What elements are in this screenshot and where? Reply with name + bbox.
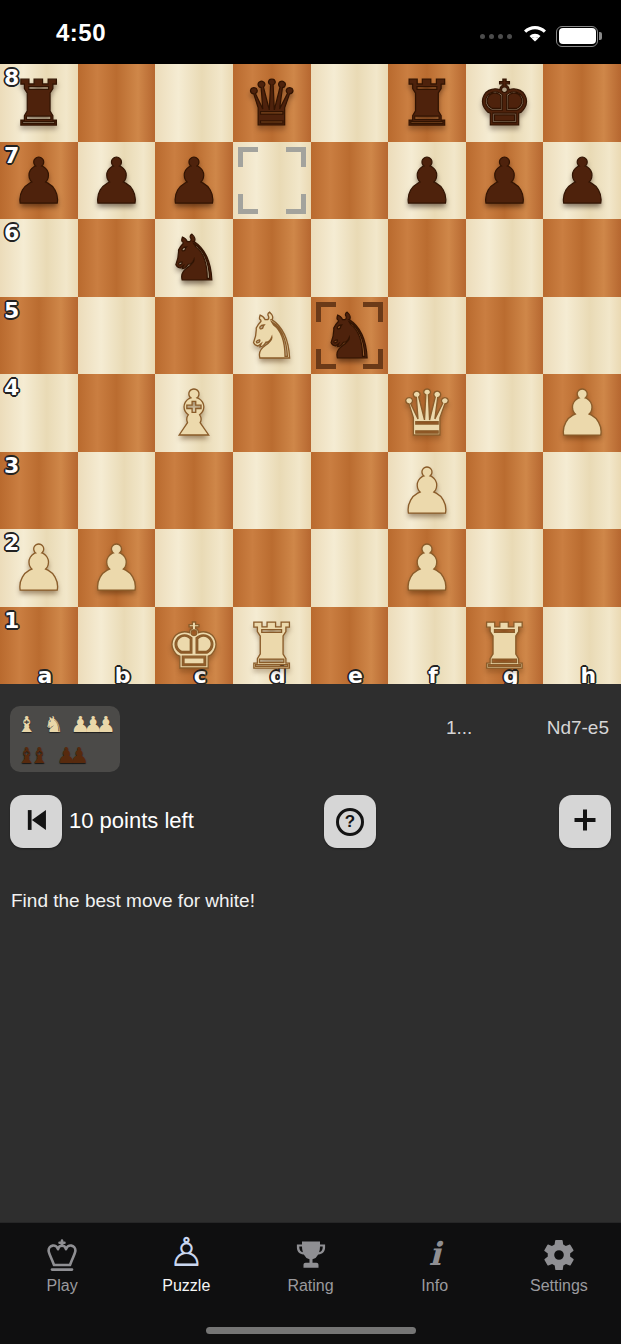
square-d5[interactable]: ♞ (233, 297, 311, 375)
black-pawn-h7[interactable]: ♟ (543, 142, 621, 220)
black-pawn-f7[interactable]: ♟ (388, 142, 466, 220)
square-b6[interactable] (78, 219, 156, 297)
square-a2[interactable]: 2♟ (0, 529, 78, 607)
crown-icon (42, 1231, 82, 1273)
captured-white-bishop: ♝ (17, 711, 37, 739)
square-b5[interactable] (78, 297, 156, 375)
square-b1[interactable]: b (78, 607, 156, 685)
square-c5[interactable] (155, 297, 233, 375)
square-e5[interactable]: ♞ (311, 297, 389, 375)
square-e3[interactable] (311, 452, 389, 530)
square-g2[interactable] (466, 529, 544, 607)
white-bishop-c4[interactable]: ♝ (155, 374, 233, 452)
square-h4[interactable]: ♟ (543, 374, 621, 452)
black-rook-f8[interactable]: ♜ (388, 64, 466, 142)
instruction-text: Find the best move for white! (11, 890, 255, 912)
last-move-text: Nd7-e5 (547, 717, 609, 739)
tab-settings[interactable]: Settings (497, 1231, 621, 1303)
square-e1[interactable]: e (311, 607, 389, 685)
square-c3[interactable] (155, 452, 233, 530)
square-c7[interactable]: ♟ (155, 142, 233, 220)
white-king-c1[interactable]: ♚ (155, 607, 233, 685)
square-e2[interactable] (311, 529, 389, 607)
square-g8[interactable]: ♚ (466, 64, 544, 142)
hint-button[interactable]: ? (324, 795, 376, 848)
square-h5[interactable] (543, 297, 621, 375)
square-f3[interactable]: ♟ (388, 452, 466, 530)
clock: 4:50 (56, 19, 106, 47)
white-rook-d1[interactable]: ♜ (233, 607, 311, 685)
help-icon: ? (336, 808, 364, 836)
tab-bar: Play ♙ Puzzle Rating i Info (0, 1222, 621, 1344)
square-h7[interactable]: ♟ (543, 142, 621, 220)
square-h2[interactable] (543, 529, 621, 607)
square-h3[interactable] (543, 452, 621, 530)
square-c8[interactable] (155, 64, 233, 142)
points-left-label: 10 points left (69, 808, 194, 834)
captured-white-pawns: ♟♟♟ (70, 711, 115, 739)
square-c6[interactable]: ♞ (155, 219, 233, 297)
black-king-g8[interactable]: ♚ (466, 64, 544, 142)
status-icons (480, 24, 598, 48)
black-rook-a8[interactable]: ♜ (0, 64, 78, 142)
square-b8[interactable] (78, 64, 156, 142)
square-g1[interactable]: g♜ (466, 607, 544, 685)
tab-rating[interactable]: Rating (248, 1231, 372, 1303)
square-a5[interactable]: 5 (0, 297, 78, 375)
black-pawn-g7[interactable]: ♟ (466, 142, 544, 220)
move-number: 1... (446, 717, 472, 739)
rank-label-1: 1 (4, 608, 19, 633)
square-h1[interactable]: h (543, 607, 621, 685)
square-d8[interactable]: ♛ (233, 64, 311, 142)
white-pawn-h4[interactable]: ♟ (543, 374, 621, 452)
info-icon: i (429, 1231, 441, 1273)
square-g7[interactable]: ♟ (466, 142, 544, 220)
chess-board: 8♜♛♜♚7♟♟♟♟♟♟6♞5♞♞4♝♛♟3♟2♟♟♟1abc♚d♜efg♜h (0, 64, 621, 684)
square-d1[interactable]: d♜ (233, 607, 311, 685)
wifi-icon (522, 24, 548, 48)
square-c1[interactable]: c♚ (155, 607, 233, 685)
tab-info-label: Info (421, 1277, 448, 1295)
tab-play-label: Play (47, 1277, 78, 1295)
chess-pawn-icon: ♙ (168, 1231, 204, 1273)
tab-puzzle[interactable]: ♙ Puzzle (124, 1231, 248, 1303)
black-knight-e5[interactable]: ♞ (311, 297, 389, 375)
white-pawn-f3[interactable]: ♟ (388, 452, 466, 530)
tab-puzzle-label: Puzzle (162, 1277, 210, 1295)
white-queen-f4[interactable]: ♛ (388, 374, 466, 452)
rank-label-6: 6 (4, 220, 19, 245)
square-e7[interactable] (311, 142, 389, 220)
square-f1[interactable]: f (388, 607, 466, 685)
square-b4[interactable] (78, 374, 156, 452)
status-bar: 4:50 (0, 0, 621, 64)
tab-info[interactable]: i Info (373, 1231, 497, 1303)
tab-play[interactable]: Play (0, 1231, 124, 1303)
square-a7[interactable]: 7♟ (0, 142, 78, 220)
add-button[interactable] (559, 795, 611, 848)
square-a1[interactable]: 1a (0, 607, 78, 685)
square-a4[interactable]: 4 (0, 374, 78, 452)
square-a8[interactable]: 8♜ (0, 64, 78, 142)
rank-label-4: 4 (4, 375, 19, 400)
square-h6[interactable] (543, 219, 621, 297)
square-e6[interactable] (311, 219, 389, 297)
square-e8[interactable] (311, 64, 389, 142)
square-f2[interactable]: ♟ (388, 529, 466, 607)
tab-rating-label: Rating (287, 1277, 333, 1295)
square-d4[interactable] (233, 374, 311, 452)
white-pawn-f2[interactable]: ♟ (388, 529, 466, 607)
square-g4[interactable] (466, 374, 544, 452)
white-knight-d5[interactable]: ♞ (233, 297, 311, 375)
captured-row-2: ♝♝♟♟ (17, 740, 113, 771)
square-b7[interactable]: ♟ (78, 142, 156, 220)
home-indicator[interactable] (206, 1327, 416, 1334)
square-f6[interactable] (388, 219, 466, 297)
black-pawn-b7[interactable]: ♟ (78, 142, 156, 220)
skip-to-start-icon (22, 806, 50, 837)
square-f7[interactable]: ♟ (388, 142, 466, 220)
white-pawn-a2[interactable]: ♟ (0, 529, 78, 607)
square-h8[interactable] (543, 64, 621, 142)
black-pawn-c7[interactable]: ♟ (155, 142, 233, 220)
rank-label-5: 5 (4, 298, 19, 323)
captured-row-1: ♝♞♟♟♟ (17, 709, 113, 740)
square-b2[interactable]: ♟ (78, 529, 156, 607)
captured-black-pawns: ♟♟ (56, 742, 88, 770)
square-e4[interactable] (311, 374, 389, 452)
battery-icon (556, 26, 598, 47)
square-d7[interactable] (233, 142, 311, 220)
square-c2[interactable] (155, 529, 233, 607)
rank-label-3: 3 (4, 453, 19, 478)
black-knight-c6[interactable]: ♞ (155, 219, 233, 297)
last-move-highlight-d7 (238, 147, 306, 215)
captured-pieces-tray: ♝♞♟♟♟♝♝♟♟ (10, 706, 120, 772)
square-d6[interactable] (233, 219, 311, 297)
black-pawn-a7[interactable]: ♟ (0, 142, 78, 220)
square-f8[interactable]: ♜ (388, 64, 466, 142)
skip-to-start-button[interactable] (10, 795, 62, 848)
square-g3[interactable] (466, 452, 544, 530)
tab-settings-label: Settings (530, 1277, 588, 1295)
trophy-icon (293, 1231, 329, 1273)
captured-white-knight: ♞ (44, 711, 64, 739)
square-d3[interactable] (233, 452, 311, 530)
white-pawn-b2[interactable]: ♟ (78, 529, 156, 607)
square-d2[interactable] (233, 529, 311, 607)
white-rook-g1[interactable]: ♜ (466, 607, 544, 685)
plus-icon (570, 805, 600, 838)
square-f5[interactable] (388, 297, 466, 375)
gear-icon (541, 1231, 577, 1273)
square-b3[interactable] (78, 452, 156, 530)
square-c4[interactable]: ♝ (155, 374, 233, 452)
cellular-dots-icon (480, 34, 512, 39)
black-queen-d8[interactable]: ♛ (233, 64, 311, 142)
square-a3[interactable]: 3 (0, 452, 78, 530)
captured-black-bishops: ♝♝ (17, 742, 49, 770)
puzzle-panel: ♝♞♟♟♟♝♝♟♟ 1... Nd7-e5 10 points left ? F… (0, 684, 621, 1222)
square-a6[interactable]: 6 (0, 219, 78, 297)
square-g5[interactable] (466, 297, 544, 375)
square-f4[interactable]: ♛ (388, 374, 466, 452)
square-g6[interactable] (466, 219, 544, 297)
